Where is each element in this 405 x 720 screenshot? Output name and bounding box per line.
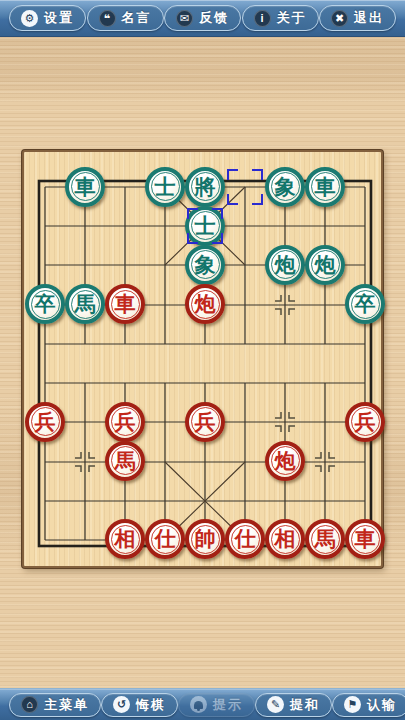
resign-label: 认输 [367, 696, 397, 714]
undo-button[interactable]: ↺ 悔棋 [101, 693, 178, 717]
black-chariot[interactable]: 車 [65, 167, 105, 207]
bell-icon [190, 696, 207, 713]
exit-button[interactable]: ✖ 退出 [319, 5, 396, 31]
xiangqi-board[interactable]: 車士將象車士象炮炮卒馬卒車炮兵兵兵兵馬炮相仕帥仕相馬車 [22, 150, 383, 568]
undo-label: 悔棋 [136, 696, 166, 714]
red-cannon[interactable]: 炮 [265, 441, 305, 481]
piece-char: 士 [195, 216, 216, 237]
piece-char: 兵 [355, 412, 376, 433]
main-menu-button[interactable]: ⌂ 主菜单 [9, 693, 101, 717]
piece-char: 馬 [75, 294, 96, 315]
piece-char: 炮 [315, 255, 336, 276]
red-advisor[interactable]: 仕 [225, 519, 265, 559]
piece-char: 相 [115, 529, 136, 550]
piece-char: 炮 [275, 255, 296, 276]
black-elephant[interactable]: 象 [185, 245, 225, 285]
black-horse[interactable]: 馬 [65, 284, 105, 324]
flag-icon: ⚑ [344, 696, 361, 713]
main-menu-label: 主菜单 [44, 696, 89, 714]
red-soldier[interactable]: 兵 [25, 402, 65, 442]
piece-char: 兵 [35, 412, 56, 433]
piece-char: 車 [355, 529, 376, 550]
black-soldier[interactable]: 卒 [25, 284, 65, 324]
red-soldier[interactable]: 兵 [345, 402, 385, 442]
piece-char: 兵 [195, 412, 216, 433]
black-cannon[interactable]: 炮 [265, 245, 305, 285]
piece-char: 仕 [155, 529, 176, 550]
piece-char: 車 [115, 294, 136, 315]
about-label: 关于 [277, 9, 307, 27]
draw-button[interactable]: ✎ 提和 [255, 693, 332, 717]
home-icon: ⌂ [21, 696, 38, 713]
piece-char: 兵 [115, 412, 136, 433]
draw-label: 提和 [290, 696, 320, 714]
quote-icon: ❝ [99, 10, 116, 27]
piece-char: 車 [315, 177, 336, 198]
red-horse[interactable]: 馬 [305, 519, 345, 559]
black-cannon[interactable]: 炮 [305, 245, 345, 285]
red-cannon[interactable]: 炮 [185, 284, 225, 324]
piece-char: 馬 [115, 451, 136, 472]
red-chariot[interactable]: 車 [105, 284, 145, 324]
gear-icon: ⚙ [21, 10, 38, 27]
feedback-button[interactable]: ✉ 反馈 [164, 5, 241, 31]
settings-button[interactable]: ⚙ 设置 [9, 5, 86, 31]
quotes-button[interactable]: ❝ 名言 [87, 5, 164, 31]
resign-button[interactable]: ⚑ 认输 [332, 693, 405, 717]
red-elephant[interactable]: 相 [105, 519, 145, 559]
feedback-label: 反馈 [199, 9, 229, 27]
red-general[interactable]: 帥 [185, 519, 225, 559]
piece-char: 卒 [35, 294, 56, 315]
red-soldier[interactable]: 兵 [185, 402, 225, 442]
piece-char: 車 [75, 177, 96, 198]
black-advisor[interactable]: 士 [145, 167, 185, 207]
piece-char: 帥 [195, 529, 216, 550]
piece-char: 象 [195, 255, 216, 276]
black-general[interactable]: 將 [185, 167, 225, 207]
exit-label: 退出 [354, 9, 384, 27]
piece-char: 相 [275, 529, 296, 550]
piece-char: 炮 [195, 294, 216, 315]
piece-char: 卒 [355, 294, 376, 315]
settings-label: 设置 [44, 9, 74, 27]
red-chariot[interactable]: 車 [345, 519, 385, 559]
envelope-icon: ✉ [176, 10, 193, 27]
black-elephant[interactable]: 象 [265, 167, 305, 207]
about-button[interactable]: i 关于 [242, 5, 319, 31]
piece-char: 將 [195, 177, 216, 198]
red-horse[interactable]: 馬 [105, 441, 145, 481]
top-toolbar: ⚙ 设置 ❝ 名言 ✉ 反馈 i 关于 ✖ 退出 [0, 0, 405, 37]
undo-icon: ↺ [113, 696, 130, 713]
pencil-icon: ✎ [267, 696, 284, 713]
piece-char: 仕 [235, 529, 256, 550]
hint-label: 提示 [213, 696, 243, 714]
red-elephant[interactable]: 相 [265, 519, 305, 559]
exit-icon: ✖ [331, 10, 348, 27]
black-chariot[interactable]: 車 [305, 167, 345, 207]
pieces-grid: 車士將象車士象炮炮卒馬卒車炮兵兵兵兵馬炮相仕帥仕相馬車 [25, 167, 385, 559]
quotes-label: 名言 [122, 9, 152, 27]
piece-char: 馬 [315, 529, 336, 550]
black-soldier[interactable]: 卒 [345, 284, 385, 324]
red-soldier[interactable]: 兵 [105, 402, 145, 442]
info-icon: i [254, 10, 271, 27]
piece-char: 象 [275, 177, 296, 198]
hint-button: 提示 [178, 693, 255, 717]
piece-char: 炮 [275, 451, 296, 472]
red-advisor[interactable]: 仕 [145, 519, 185, 559]
piece-char: 士 [155, 177, 176, 198]
last-move-marker-from [227, 169, 263, 205]
bottom-toolbar: ⌂ 主菜单 ↺ 悔棋 提示 ✎ 提和 ⚑ 认输 [0, 688, 405, 720]
black-advisor[interactable]: 士 [185, 206, 225, 246]
